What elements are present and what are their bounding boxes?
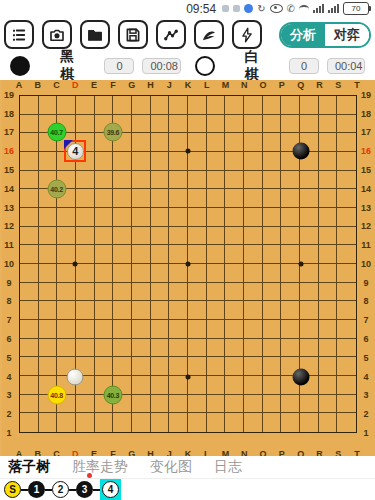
board-cell[interactable] <box>169 171 188 190</box>
board-cell[interactable] <box>225 152 244 171</box>
board-cell[interactable] <box>225 227 244 246</box>
board-cell[interactable] <box>169 115 188 134</box>
board-cell[interactable] <box>319 395 338 414</box>
board-cell[interactable] <box>263 339 282 358</box>
board-cell[interactable] <box>57 413 76 432</box>
board-cell[interactable] <box>20 357 39 376</box>
board-cell[interactable] <box>76 96 95 115</box>
board-cell[interactable] <box>281 264 300 283</box>
board-cell[interactable] <box>151 301 170 320</box>
board-cell[interactable] <box>337 357 356 376</box>
board-cell[interactable] <box>151 133 170 152</box>
board-cell[interactable] <box>337 245 356 264</box>
board-cell[interactable] <box>319 227 338 246</box>
board-cell[interactable] <box>281 320 300 339</box>
board-cell[interactable] <box>95 283 114 302</box>
board-cell[interactable] <box>132 152 151 171</box>
board-cell[interactable] <box>151 320 170 339</box>
board-cell[interactable] <box>207 376 226 395</box>
board-cell[interactable] <box>225 208 244 227</box>
board-cell[interactable] <box>76 283 95 302</box>
board-cell[interactable] <box>188 264 207 283</box>
board-cell[interactable] <box>76 320 95 339</box>
board-cell[interactable] <box>169 96 188 115</box>
board-cell[interactable] <box>225 96 244 115</box>
board-cell[interactable] <box>20 115 39 134</box>
board-cell[interactable] <box>300 283 319 302</box>
board-cell[interactable] <box>263 96 282 115</box>
ai-move-button[interactable] <box>194 20 224 49</box>
board-cell[interactable] <box>20 301 39 320</box>
move-node-2[interactable]: 2 <box>52 481 69 498</box>
board-cell[interactable] <box>207 320 226 339</box>
board-cell[interactable] <box>244 301 263 320</box>
board-cell[interactable] <box>169 301 188 320</box>
board-cell[interactable] <box>207 133 226 152</box>
board-cell[interactable] <box>319 264 338 283</box>
board-cell[interactable] <box>300 115 319 134</box>
board-cell[interactable] <box>225 171 244 190</box>
board-cell[interactable] <box>337 152 356 171</box>
board-cell[interactable] <box>151 357 170 376</box>
board-cell[interactable] <box>95 245 114 264</box>
board-cell[interactable] <box>169 152 188 171</box>
board-cell[interactable] <box>244 133 263 152</box>
board-cell[interactable] <box>188 283 207 302</box>
board-cell[interactable] <box>20 283 39 302</box>
board-cell[interactable] <box>57 339 76 358</box>
board-cell[interactable] <box>76 301 95 320</box>
board-cell[interactable] <box>207 339 226 358</box>
board-cell[interactable] <box>132 227 151 246</box>
board-cell[interactable] <box>113 96 132 115</box>
board-cell[interactable] <box>263 133 282 152</box>
board-cell[interactable] <box>57 227 76 246</box>
board-cell[interactable] <box>57 264 76 283</box>
board-cell[interactable] <box>188 301 207 320</box>
board-cell[interactable] <box>263 413 282 432</box>
board-cell[interactable] <box>132 395 151 414</box>
board-cell[interactable] <box>132 376 151 395</box>
tab-变化图[interactable]: 变化图 <box>150 458 192 476</box>
board-cell[interactable] <box>207 115 226 134</box>
board-cell[interactable] <box>337 264 356 283</box>
board-cell[interactable] <box>337 283 356 302</box>
board-cell[interactable] <box>39 208 58 227</box>
board-cell[interactable] <box>225 245 244 264</box>
board-cell[interactable] <box>132 171 151 190</box>
board-cell[interactable] <box>263 208 282 227</box>
board-cell[interactable] <box>319 189 338 208</box>
board-cell[interactable] <box>39 339 58 358</box>
board-cell[interactable] <box>319 301 338 320</box>
analysis-suggestion[interactable]: 40.7 <box>47 123 66 142</box>
tab-日志[interactable]: 日志 <box>214 458 242 476</box>
board-cell[interactable] <box>225 413 244 432</box>
board-cell[interactable] <box>132 357 151 376</box>
board-cell[interactable] <box>132 208 151 227</box>
board-cell[interactable] <box>225 395 244 414</box>
board-cell[interactable] <box>113 320 132 339</box>
board-cell[interactable] <box>300 245 319 264</box>
board-cell[interactable] <box>20 96 39 115</box>
board-cell[interactable] <box>20 133 39 152</box>
board-cell[interactable] <box>337 189 356 208</box>
board-cell[interactable] <box>244 115 263 134</box>
board-cell[interactable] <box>113 245 132 264</box>
board-cell[interactable] <box>188 189 207 208</box>
board-cell[interactable] <box>20 339 39 358</box>
move-node-S[interactable]: S <box>4 481 21 498</box>
board-cell[interactable] <box>57 208 76 227</box>
board-play-area[interactable]: AABBCCDDEEFFGGHHJJKKLLMMNNOOPPQQRRSSTT19… <box>19 95 357 433</box>
board-cell[interactable] <box>207 208 226 227</box>
board-cell[interactable] <box>319 413 338 432</box>
board-cell[interactable] <box>20 395 39 414</box>
board-cell[interactable] <box>263 227 282 246</box>
board-cell[interactable] <box>207 189 226 208</box>
board-cell[interactable] <box>244 171 263 190</box>
board-cell[interactable] <box>337 376 356 395</box>
board-cell[interactable] <box>207 301 226 320</box>
board-cell[interactable] <box>281 115 300 134</box>
board-cell[interactable] <box>337 395 356 414</box>
board-cell[interactable] <box>20 320 39 339</box>
board-cell[interactable] <box>151 171 170 190</box>
selected-move-highlight[interactable]: 4 <box>100 479 121 500</box>
board-cell[interactable] <box>57 283 76 302</box>
analyze-mode-button[interactable]: 分析 <box>281 24 325 46</box>
board-cell[interactable] <box>76 171 95 190</box>
move-node-4[interactable]: 4 <box>102 481 119 498</box>
board-cell[interactable] <box>225 189 244 208</box>
board-cell[interactable] <box>319 339 338 358</box>
board-cell[interactable] <box>20 376 39 395</box>
board-cell[interactable] <box>151 339 170 358</box>
board-cell[interactable] <box>151 96 170 115</box>
board-cell[interactable] <box>244 413 263 432</box>
board-cell[interactable] <box>76 413 95 432</box>
analysis-suggestion[interactable]: 40.2 <box>47 179 66 198</box>
board-cell[interactable] <box>225 283 244 302</box>
board-cell[interactable] <box>169 189 188 208</box>
board-cell[interactable] <box>188 96 207 115</box>
board-cell[interactable] <box>244 208 263 227</box>
board-cell[interactable] <box>337 208 356 227</box>
board-cell[interactable] <box>39 320 58 339</box>
board-cell[interactable] <box>76 208 95 227</box>
board-cell[interactable] <box>319 115 338 134</box>
board-cell[interactable] <box>281 208 300 227</box>
board-cell[interactable] <box>95 189 114 208</box>
board-cell[interactable] <box>132 189 151 208</box>
board-cell[interactable] <box>225 264 244 283</box>
board-cell[interactable] <box>244 395 263 414</box>
board-cell[interactable] <box>300 264 319 283</box>
board-cell[interactable] <box>319 208 338 227</box>
board-cell[interactable] <box>95 171 114 190</box>
board-cell[interactable] <box>207 96 226 115</box>
board-cell[interactable] <box>39 283 58 302</box>
tab-落子树[interactable]: 落子树 <box>8 458 50 476</box>
board-cell[interactable] <box>95 152 114 171</box>
board-cell[interactable] <box>207 171 226 190</box>
board-cell[interactable] <box>20 189 39 208</box>
board-cell[interactable] <box>169 376 188 395</box>
board-cell[interactable] <box>188 171 207 190</box>
board-cell[interactable] <box>319 245 338 264</box>
board-cell[interactable] <box>151 413 170 432</box>
board-cell[interactable] <box>300 395 319 414</box>
quick-analysis-button[interactable] <box>232 20 262 49</box>
board-cell[interactable] <box>188 115 207 134</box>
board-cell[interactable] <box>207 357 226 376</box>
board-cell[interactable] <box>319 283 338 302</box>
board-cell[interactable] <box>244 152 263 171</box>
board-cell[interactable] <box>188 227 207 246</box>
play-mode-button[interactable]: 对弈 <box>325 24 369 46</box>
board-cell[interactable] <box>169 339 188 358</box>
board-cell[interactable] <box>263 320 282 339</box>
board-cell[interactable] <box>20 208 39 227</box>
board-cell[interactable] <box>281 189 300 208</box>
board-cell[interactable] <box>20 245 39 264</box>
board-cell[interactable] <box>132 339 151 358</box>
board-cell[interactable] <box>39 152 58 171</box>
board-cell[interactable] <box>151 283 170 302</box>
board-cell[interactable] <box>95 264 114 283</box>
board-cell[interactable] <box>225 301 244 320</box>
move-node-1[interactable]: 1 <box>28 481 45 498</box>
board-cell[interactable] <box>281 245 300 264</box>
open-file-button[interactable] <box>80 20 110 49</box>
board-cell[interactable] <box>244 357 263 376</box>
board-cell[interactable] <box>113 189 132 208</box>
board-cell[interactable] <box>169 283 188 302</box>
board-cell[interactable] <box>263 171 282 190</box>
board-cell[interactable] <box>225 320 244 339</box>
move-list-button[interactable] <box>4 20 34 49</box>
board-cell[interactable] <box>300 171 319 190</box>
board-cell[interactable] <box>244 227 263 246</box>
board-cell[interactable] <box>20 264 39 283</box>
board-cell[interactable] <box>300 208 319 227</box>
board-cell[interactable] <box>337 115 356 134</box>
board-cell[interactable] <box>263 357 282 376</box>
board-cell[interactable] <box>95 208 114 227</box>
board-cell[interactable] <box>76 395 95 414</box>
board-cell[interactable] <box>57 96 76 115</box>
board-cell[interactable] <box>319 152 338 171</box>
board-cell[interactable] <box>39 227 58 246</box>
board-cell[interactable] <box>337 301 356 320</box>
board-cell[interactable] <box>263 189 282 208</box>
board-cell[interactable] <box>113 264 132 283</box>
board-cell[interactable] <box>244 376 263 395</box>
board-cell[interactable] <box>319 357 338 376</box>
board-cell[interactable] <box>188 357 207 376</box>
board-cell[interactable] <box>20 171 39 190</box>
board-cell[interactable] <box>281 227 300 246</box>
board-cell[interactable] <box>263 395 282 414</box>
board-cell[interactable] <box>337 133 356 152</box>
board-cell[interactable] <box>244 320 263 339</box>
board-cell[interactable] <box>300 339 319 358</box>
board-cell[interactable] <box>337 339 356 358</box>
camera-button[interactable] <box>42 20 72 49</box>
board-cell[interactable] <box>319 376 338 395</box>
board-cell[interactable] <box>319 133 338 152</box>
board-cell[interactable] <box>76 227 95 246</box>
board-cell[interactable] <box>225 115 244 134</box>
board-cell[interactable] <box>151 115 170 134</box>
board-cell[interactable] <box>244 264 263 283</box>
board-cell[interactable] <box>76 245 95 264</box>
board-cell[interactable] <box>151 264 170 283</box>
board-cell[interactable] <box>281 283 300 302</box>
board-cell[interactable] <box>76 115 95 134</box>
board-cell[interactable] <box>169 357 188 376</box>
board-cell[interactable] <box>151 189 170 208</box>
board-cell[interactable] <box>188 413 207 432</box>
board-cell[interactable] <box>151 376 170 395</box>
board-cell[interactable] <box>244 339 263 358</box>
board-cell[interactable] <box>113 283 132 302</box>
analysis-suggestion[interactable]: 40.3 <box>103 386 122 405</box>
board-cell[interactable] <box>263 245 282 264</box>
board-cell[interactable] <box>113 227 132 246</box>
board-cell[interactable] <box>132 133 151 152</box>
analysis-suggestion[interactable]: 39.6 <box>103 123 122 142</box>
board-cell[interactable] <box>207 283 226 302</box>
board-cell[interactable] <box>113 171 132 190</box>
board-cell[interactable] <box>151 395 170 414</box>
board-cell[interactable] <box>337 413 356 432</box>
board-cell[interactable] <box>281 301 300 320</box>
board-cell[interactable] <box>95 339 114 358</box>
board-cell[interactable] <box>188 245 207 264</box>
board-cell[interactable] <box>95 413 114 432</box>
board-cell[interactable] <box>151 208 170 227</box>
board-cell[interactable] <box>244 96 263 115</box>
board-cell[interactable] <box>20 152 39 171</box>
board-cell[interactable] <box>225 133 244 152</box>
board-cell[interactable] <box>57 301 76 320</box>
board-cell[interactable] <box>169 245 188 264</box>
board-cell[interactable] <box>20 413 39 432</box>
board-cell[interactable] <box>225 357 244 376</box>
board-cell[interactable] <box>132 115 151 134</box>
board-cell[interactable] <box>207 395 226 414</box>
board-cell[interactable] <box>95 357 114 376</box>
board-cell[interactable] <box>281 413 300 432</box>
board-cell[interactable] <box>39 96 58 115</box>
board-cell[interactable] <box>113 152 132 171</box>
board-cell[interactable] <box>151 245 170 264</box>
board-cell[interactable] <box>113 208 132 227</box>
board-cell[interactable] <box>319 320 338 339</box>
board-cell[interactable] <box>76 264 95 283</box>
board-cell[interactable] <box>95 320 114 339</box>
board-cell[interactable] <box>39 301 58 320</box>
board-cell[interactable] <box>39 357 58 376</box>
board-cell[interactable] <box>225 376 244 395</box>
board-cell[interactable] <box>319 171 338 190</box>
board-cell[interactable] <box>113 301 132 320</box>
analysis-suggestion[interactable]: 40.8 <box>47 386 66 405</box>
board-cell[interactable] <box>263 301 282 320</box>
board-cell[interactable] <box>132 283 151 302</box>
board-cell[interactable] <box>169 208 188 227</box>
board-cell[interactable] <box>300 413 319 432</box>
board-cell[interactable] <box>151 227 170 246</box>
board-cell[interactable] <box>188 339 207 358</box>
board-cell[interactable] <box>76 339 95 358</box>
board-cell[interactable] <box>300 301 319 320</box>
board-cell[interactable] <box>207 227 226 246</box>
board-cell[interactable] <box>132 413 151 432</box>
board-cell[interactable] <box>244 283 263 302</box>
board-cell[interactable] <box>188 376 207 395</box>
board-cell[interactable] <box>132 264 151 283</box>
board-cell[interactable] <box>39 413 58 432</box>
board-cell[interactable] <box>132 320 151 339</box>
board-cell[interactable] <box>57 320 76 339</box>
board-cell[interactable] <box>169 264 188 283</box>
board-cell[interactable] <box>207 264 226 283</box>
board-cell[interactable] <box>95 227 114 246</box>
board-cell[interactable] <box>39 245 58 264</box>
board-cell[interactable] <box>151 152 170 171</box>
board-cell[interactable] <box>263 152 282 171</box>
board-cell[interactable] <box>263 376 282 395</box>
save-button[interactable] <box>118 20 148 49</box>
board-cell[interactable] <box>337 320 356 339</box>
board-cell[interactable] <box>113 357 132 376</box>
board-cell[interactable] <box>207 413 226 432</box>
board-cell[interactable] <box>281 395 300 414</box>
board-cell[interactable] <box>113 413 132 432</box>
board-cell[interactable] <box>188 395 207 414</box>
board-cell[interactable] <box>20 227 39 246</box>
board-cell[interactable] <box>263 115 282 134</box>
board-cell[interactable] <box>169 320 188 339</box>
board-cell[interactable] <box>263 264 282 283</box>
board-cell[interactable] <box>169 227 188 246</box>
board-cell[interactable] <box>132 96 151 115</box>
board-cell[interactable] <box>188 320 207 339</box>
board-cell[interactable] <box>188 208 207 227</box>
board-cell[interactable] <box>207 245 226 264</box>
board-cell[interactable] <box>281 339 300 358</box>
board-cell[interactable] <box>244 245 263 264</box>
board-cell[interactable] <box>300 189 319 208</box>
board-cell[interactable] <box>263 283 282 302</box>
board-cell[interactable] <box>169 395 188 414</box>
board-cell[interactable] <box>95 301 114 320</box>
tab-胜率走势[interactable]: 胜率走势 <box>72 458 128 476</box>
board-cell[interactable] <box>337 96 356 115</box>
board-cell[interactable] <box>300 227 319 246</box>
variation-graph-button[interactable] <box>156 20 186 49</box>
board-cell[interactable] <box>337 171 356 190</box>
board-cell[interactable] <box>188 152 207 171</box>
board-cell[interactable] <box>300 96 319 115</box>
board-cell[interactable] <box>132 301 151 320</box>
board-cell[interactable] <box>281 96 300 115</box>
board-cell[interactable] <box>337 227 356 246</box>
board-cell[interactable] <box>207 152 226 171</box>
